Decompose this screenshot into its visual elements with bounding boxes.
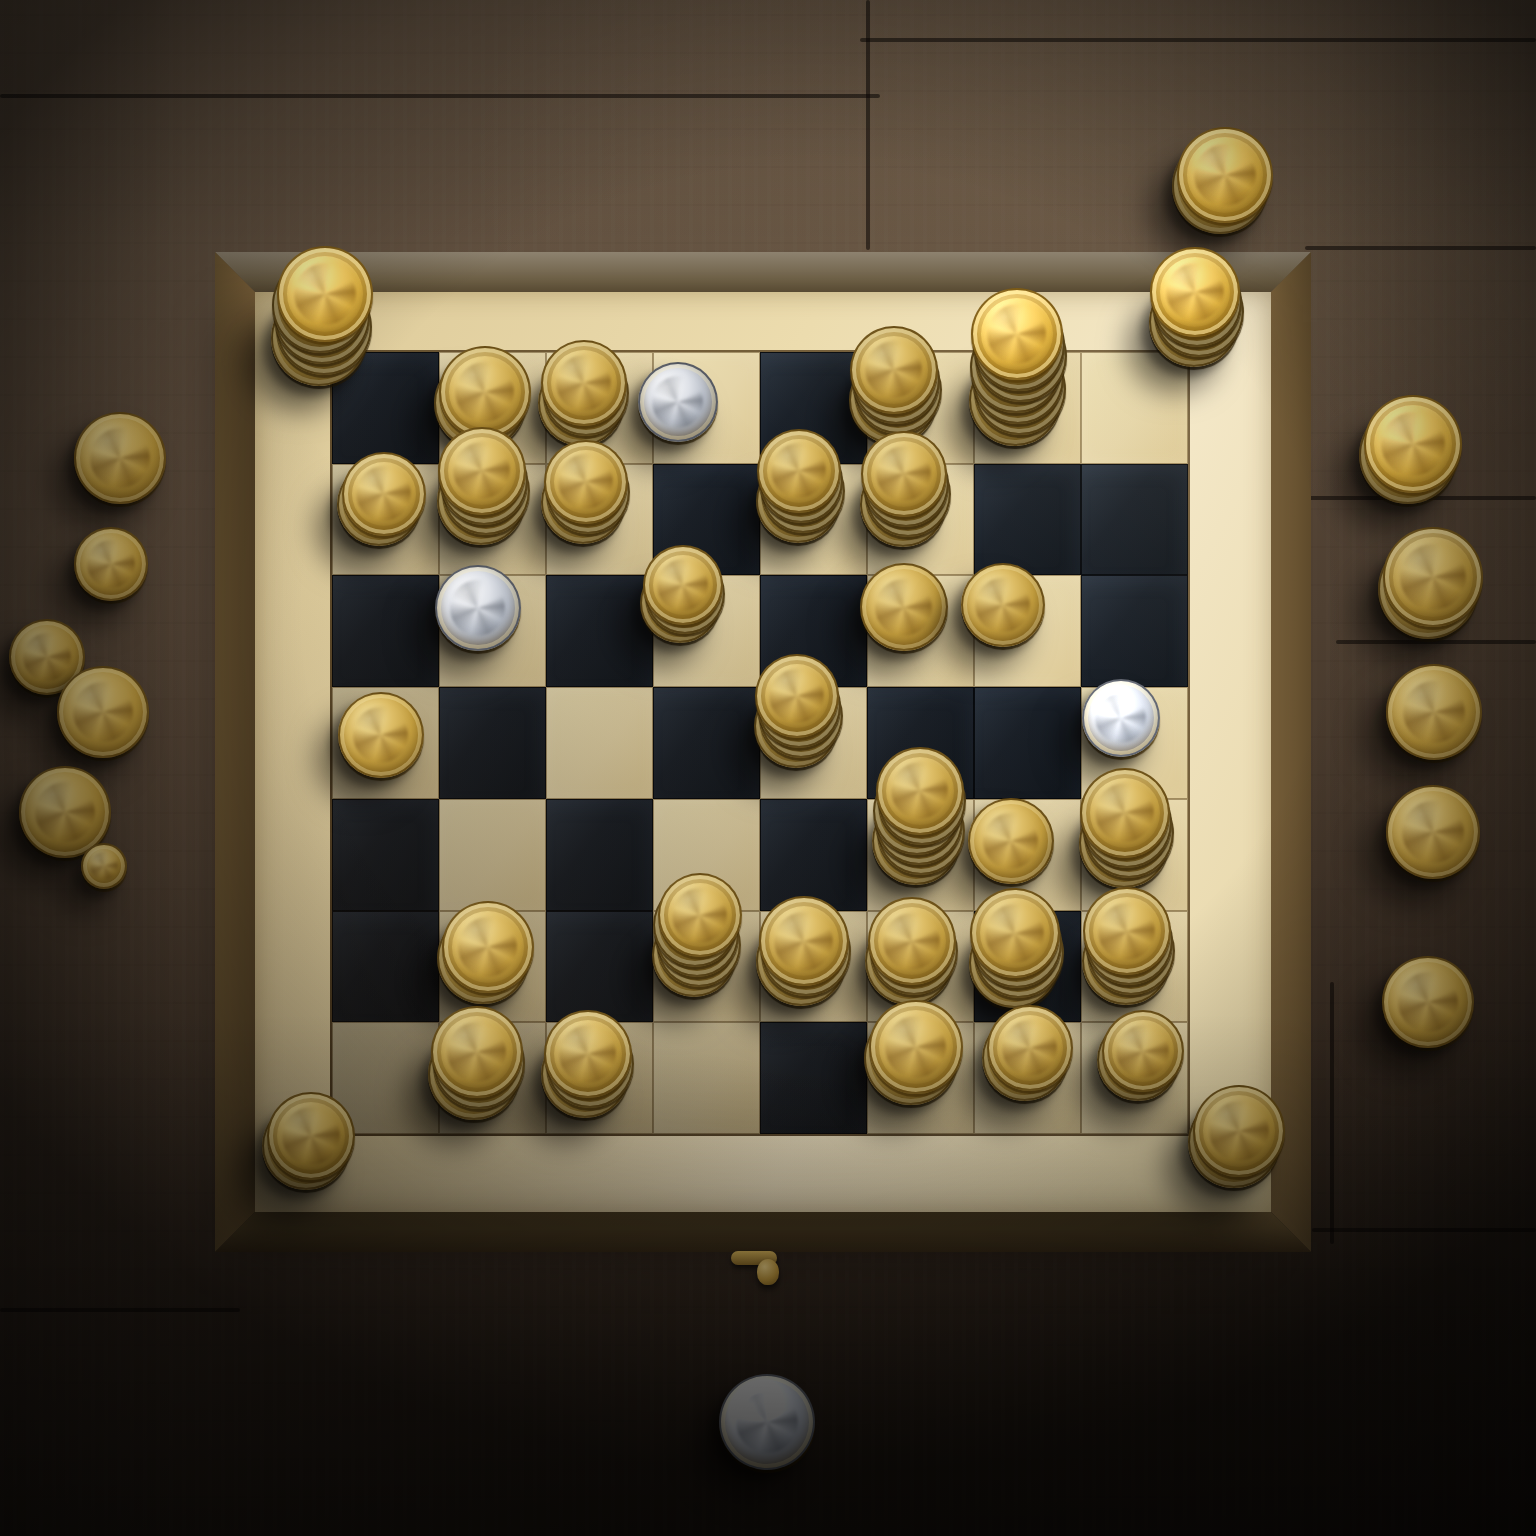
gold-coin-top[interactable] [1083, 887, 1171, 975]
coin-emblem [87, 540, 135, 588]
silver-coin-top[interactable] [1082, 679, 1160, 757]
gold-coin-top[interactable] [876, 747, 964, 835]
coin-emblem [657, 559, 709, 611]
coin-emblem [865, 341, 922, 398]
coin-stack-gold-r1c7[interactable] [967, 288, 1069, 446]
table-coin-11[interactable] [1384, 785, 1488, 879]
coin-emblem [353, 707, 409, 763]
gold-coin-top[interactable] [970, 888, 1060, 978]
coin-stack-gold-r7c6[interactable] [862, 1000, 966, 1105]
coin-stack-gold-r2c3[interactable] [539, 440, 633, 544]
coin-emblem [975, 578, 1029, 632]
border-coin-stack-2[interactable] [1147, 247, 1247, 367]
gold-coin-top[interactable] [869, 1000, 963, 1094]
coin-stack-gold-r7c7[interactable] [980, 1005, 1076, 1101]
coin-emblem [559, 1025, 616, 1082]
table-coin-13[interactable] [717, 1374, 823, 1470]
gold-coin-top[interactable] [861, 431, 947, 517]
coin-stack-gold-r3c7[interactable] [959, 563, 1053, 647]
coin-emblem [774, 912, 833, 971]
coin-emblem [1194, 144, 1257, 207]
coin-emblem [876, 446, 932, 502]
gold-coin-top[interactable] [1383, 527, 1483, 627]
gold-coin-top[interactable] [658, 873, 742, 957]
coin-emblem [1209, 1101, 1269, 1161]
table-coin-6[interactable] [79, 843, 135, 889]
gold-coin-top[interactable] [1080, 768, 1170, 858]
gold-coin-top[interactable] [1386, 785, 1480, 879]
coin-emblem [35, 782, 95, 842]
coin-stack-gold-r6c7[interactable] [967, 888, 1067, 1008]
coin-emblem [672, 888, 726, 942]
coin-emblem [1116, 1025, 1169, 1078]
coin-emblem [1002, 1020, 1058, 1076]
gold-coin-top[interactable] [643, 545, 723, 625]
coin-emblem [1166, 263, 1225, 322]
coin-emblem [771, 443, 825, 497]
silver-coin-top[interactable] [638, 362, 718, 442]
coin-emblem [987, 304, 1047, 364]
table-coin-2[interactable] [72, 527, 156, 601]
coin-emblem [282, 1107, 339, 1164]
coin-stack-gold-r7c3[interactable] [539, 1010, 637, 1118]
coin-emblem [458, 917, 518, 977]
coin-stack-gold-r4c5[interactable] [752, 654, 846, 768]
coins-layer [0, 0, 1536, 1536]
coin-emblem [294, 263, 357, 326]
coin-emblem [875, 579, 932, 636]
gold-coin-top[interactable] [987, 1005, 1073, 1091]
coin-stack-gold-r3c6[interactable] [858, 563, 956, 651]
coin-emblem [1095, 693, 1145, 743]
table-coin-1[interactable] [72, 412, 174, 504]
coin-stack-gold-r1c3[interactable] [536, 340, 632, 446]
gold-coin-top[interactable] [431, 1006, 523, 1098]
coin-stack-gold-r5c6[interactable] [870, 747, 968, 885]
coin-emblem [90, 852, 119, 881]
coin-emblem [556, 355, 612, 411]
coin-emblem [1398, 972, 1458, 1032]
coin-emblem [73, 682, 133, 742]
coin-stack-gold-r5c7[interactable] [966, 798, 1062, 884]
coin-stack-silver-r3c2[interactable] [433, 565, 529, 651]
gold-coin-top[interactable] [860, 563, 948, 651]
coin-stack-silver-r1c4[interactable] [636, 362, 726, 442]
coin-emblem [23, 633, 72, 682]
coin-emblem [558, 454, 612, 508]
coin-emblem [1402, 801, 1463, 862]
gold-coin-top[interactable] [850, 326, 938, 414]
coin-emblem [455, 362, 515, 422]
coin-stack-gold-r1c6[interactable] [847, 326, 945, 444]
coin-stack-gold-r6c5[interactable] [754, 896, 854, 1006]
silver-coin-top[interactable] [719, 1374, 815, 1470]
gold-coin-top[interactable] [1150, 247, 1240, 337]
coin-stack-silver-r4c8[interactable] [1080, 679, 1168, 757]
coin-emblem [885, 1016, 946, 1077]
gold-coin-top[interactable] [1177, 127, 1273, 223]
gold-coin-top[interactable] [1386, 664, 1482, 760]
coin-emblem [891, 762, 948, 819]
gold-coin-top[interactable] [544, 440, 628, 524]
coin-emblem [769, 669, 823, 723]
table-coin-10[interactable] [1384, 664, 1490, 760]
coin-emblem [1400, 544, 1465, 609]
border-coin-stack-1[interactable] [269, 246, 375, 386]
gold-coin-top[interactable] [1193, 1085, 1285, 1177]
coin-emblem [736, 1391, 799, 1454]
coin-emblem [1403, 681, 1466, 744]
coin-emblem [90, 428, 150, 488]
silver-coin-top[interactable] [435, 565, 521, 651]
gold-coin-top[interactable] [961, 563, 1045, 647]
coin-emblem [983, 813, 1039, 869]
table-coin-8[interactable] [1357, 395, 1465, 504]
coin-emblem [1098, 903, 1155, 960]
coin-emblem [450, 580, 506, 636]
gold-coin-top[interactable] [1364, 395, 1462, 493]
gold-coin-top[interactable] [541, 340, 627, 426]
coin-stack-gold-r2c6[interactable] [858, 431, 954, 547]
gold-coin-top[interactable] [57, 666, 149, 758]
table-surface [0, 0, 1536, 1536]
table-coin-9[interactable] [1376, 527, 1486, 639]
table-coin-4[interactable] [55, 666, 157, 758]
coin-emblem [453, 442, 510, 499]
gold-coin-top[interactable] [868, 897, 956, 985]
coin-stack-gold-r4c1[interactable] [336, 692, 432, 778]
coin-stack-gold-r2c2[interactable] [435, 427, 533, 545]
coin-stack-gold-r3c4[interactable] [638, 545, 728, 643]
gold-coin-top[interactable] [74, 527, 148, 601]
coin-stack-gold-r6c6[interactable] [863, 897, 961, 1005]
gold-coin-top[interactable] [438, 427, 526, 515]
coin-emblem [985, 904, 1044, 963]
coin-emblem [356, 466, 410, 520]
gold-coin-top[interactable] [759, 896, 849, 986]
coin-stack-gold-r5c8[interactable] [1077, 768, 1177, 888]
gold-coin-top[interactable] [267, 1092, 355, 1180]
gold-coin-top[interactable] [277, 246, 373, 342]
gold-coin-top[interactable] [544, 1010, 632, 1098]
coin-stack-gold-r6c8[interactable] [1080, 887, 1178, 1005]
coin-stack-gold-r2c5[interactable] [754, 429, 848, 543]
coin-stack-gold-r6c4[interactable] [650, 873, 744, 997]
gold-coin-top[interactable] [757, 429, 841, 513]
coin-stack-gold-r6c2[interactable] [435, 901, 537, 1004]
gold-coin-top[interactable] [439, 346, 531, 438]
gold-coin-top[interactable] [442, 901, 534, 993]
gold-coin-top[interactable] [971, 288, 1063, 380]
table-coin-7[interactable] [1170, 127, 1276, 234]
table-coin-12[interactable] [1380, 956, 1482, 1048]
coin-stack-gold-r7c8[interactable] [1095, 1010, 1187, 1101]
gold-coin-top[interactable] [968, 798, 1054, 884]
border-coin-stack-3[interactable] [260, 1092, 358, 1190]
coin-emblem [652, 376, 704, 428]
gold-coin-top[interactable] [338, 692, 424, 778]
gold-coin-top[interactable] [1382, 956, 1474, 1048]
gold-coin-top[interactable] [755, 654, 839, 738]
coin-stack-gold-r7c2[interactable] [426, 1006, 528, 1120]
coin-emblem [883, 913, 940, 970]
gold-coin-top[interactable] [74, 412, 166, 504]
gold-coin-top[interactable] [342, 452, 426, 536]
gold-coin-top[interactable] [1102, 1010, 1184, 1092]
coin-emblem [447, 1022, 507, 1082]
gold-coin-top[interactable] [81, 843, 127, 889]
coin-stack-gold-r2c1[interactable] [335, 452, 429, 546]
coin-emblem [1381, 412, 1445, 476]
border-coin-stack-4[interactable] [1186, 1085, 1288, 1188]
coin-emblem [1095, 783, 1154, 842]
